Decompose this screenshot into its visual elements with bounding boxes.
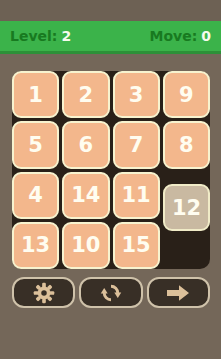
level-group: Level:2 [10, 28, 71, 44]
tile-4[interactable]: 4 [12, 172, 59, 219]
refresh-icon [100, 282, 122, 304]
tile-3[interactable]: 3 [113, 71, 160, 118]
tile-15[interactable]: 15 [113, 222, 160, 269]
tile-14[interactable]: 14 [62, 172, 109, 219]
settings-button[interactable] [12, 277, 75, 308]
move-group: Move:0 [149, 28, 211, 44]
tile-5[interactable]: 5 [12, 121, 59, 168]
tile-8[interactable]: 8 [163, 121, 210, 168]
tile-7[interactable]: 7 [113, 121, 160, 168]
gear-icon [33, 282, 55, 304]
tile-6[interactable]: 6 [62, 121, 109, 168]
header-bar: Level:2 Move:0 [0, 21, 221, 54]
tile-2[interactable]: 2 [62, 71, 109, 118]
restart-button[interactable] [79, 277, 142, 308]
level-value: 2 [61, 28, 71, 44]
tile-10[interactable]: 10 [62, 222, 109, 269]
tile-13[interactable]: 13 [12, 222, 59, 269]
toolbar [12, 277, 210, 308]
puzzle-board: 123956784141112131015 [12, 71, 210, 269]
tile-11[interactable]: 11 [113, 172, 160, 219]
move-label: Move: [149, 28, 197, 44]
status-bar [0, 0, 221, 21]
move-value: 0 [201, 28, 211, 44]
next-button[interactable] [147, 277, 210, 308]
level-label: Level: [10, 28, 57, 44]
arrow-right-icon [165, 283, 191, 303]
tile-12[interactable]: 12 [163, 184, 210, 231]
tile-9[interactable]: 9 [163, 71, 210, 118]
tile-1[interactable]: 1 [12, 71, 59, 118]
